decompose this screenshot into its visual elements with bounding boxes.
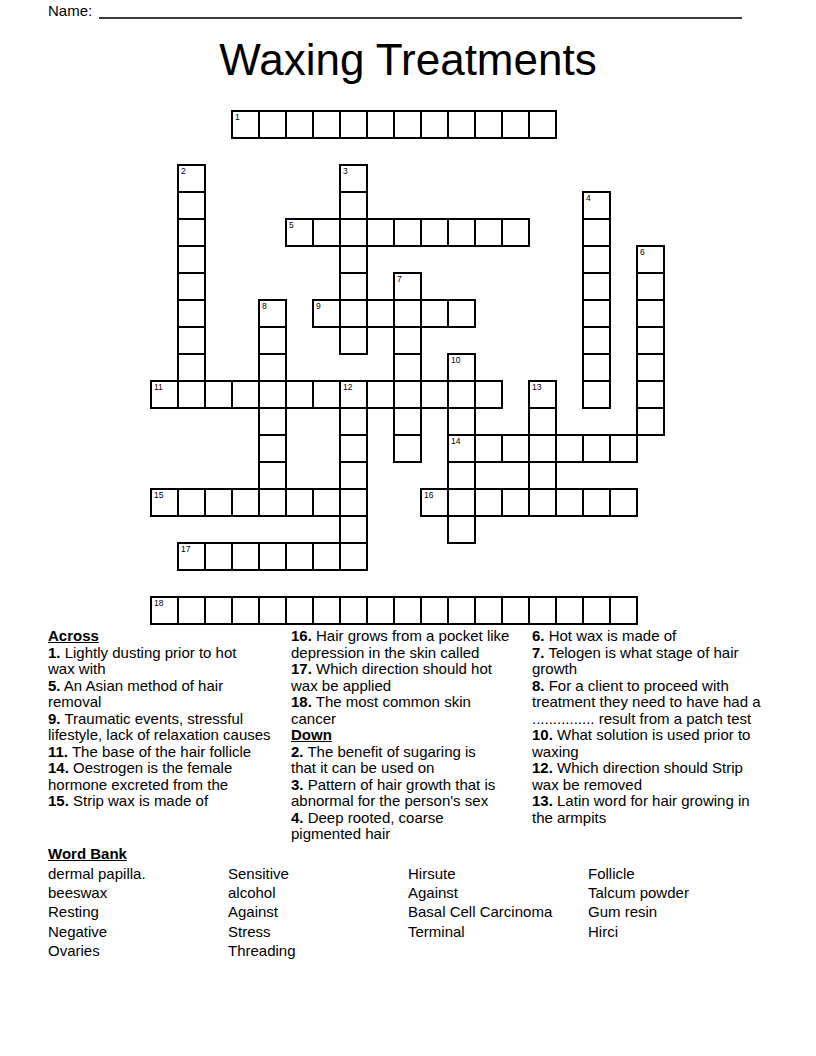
clue-number: 2. [291,743,304,760]
grid-cell[interactable] [636,407,665,436]
grid-cell[interactable] [636,353,665,382]
clue-number: 9. [48,710,61,727]
grid-cell[interactable]: 12 [339,380,368,409]
clue-column: 16. Hair grows from a pocket likedepress… [291,628,533,843]
clue-16: 16. Hair grows from a pocket likedepress… [291,628,533,661]
clue-number: 4. [291,809,304,826]
grid-cell[interactable] [177,299,206,328]
grid-cell[interactable] [366,380,395,409]
grid-cell[interactable] [177,353,206,382]
word-bank-item: beeswax [48,883,107,902]
grid-cell[interactable] [393,218,422,247]
clue-number: 12. [532,759,553,776]
grid-cell[interactable] [420,218,449,247]
clue-number: 6. [532,627,545,644]
grid-cell[interactable] [609,596,638,625]
grid-cell[interactable] [339,299,368,328]
word-bank-item: dermal papilla. [48,864,146,883]
grid-cell[interactable] [258,326,287,355]
clue-5: 5. An Asian method of hairremoval [48,678,290,711]
grid-cell[interactable] [636,326,665,355]
word-bank-item: Follicle [588,864,635,883]
grid-cell[interactable] [339,191,368,220]
word-bank-item: Gum resin [588,902,657,921]
grid-cell[interactable] [177,596,206,625]
word-bank: Word Bank dermal papilla.beeswaxRestingN… [48,844,788,962]
grid-cell[interactable] [312,596,341,625]
clue-column: 6. Hot wax is made of7. Telogen is what … [532,628,794,826]
grid-cell[interactable] [447,488,476,517]
grid-cell[interactable] [285,596,314,625]
grid-cell[interactable] [420,110,449,139]
grid-cell[interactable]: 13 [528,380,557,409]
grid-cell[interactable]: 3 [339,164,368,193]
word-bank-item: Terminal [408,922,465,941]
clue-number: 17. [291,660,312,677]
grid-cell[interactable] [447,596,476,625]
grid-cell[interactable] [582,245,611,274]
cell-number: 17 [181,544,190,554]
grid-cell[interactable] [339,488,368,517]
grid-cell[interactable] [393,380,422,409]
grid-cell[interactable] [177,272,206,301]
clue-number: 10. [532,726,553,743]
grid-cell[interactable] [582,596,611,625]
grid-cell[interactable] [582,434,611,463]
clue-9: 9. Traumatic events, stressfullifestyle,… [48,711,290,744]
grid-cell[interactable] [474,218,503,247]
clue-11: 11. The base of the hair follicle [48,744,290,761]
grid-cell[interactable] [393,326,422,355]
grid-cell[interactable]: 2 [177,164,206,193]
grid-cell[interactable]: 8 [258,299,287,328]
clue-number: 5. [48,677,61,694]
cell-number: 18 [154,598,163,608]
clue-18: 18. The most common skincancer [291,694,533,727]
grid-cell[interactable] [285,542,314,571]
cell-number: 9 [316,301,321,311]
clue-number: 13. [532,792,553,809]
clue-7: 7. Telogen is what stage of hairgrowth [532,645,794,678]
worksheet-page: Name: Waxing Treatments 1234567891011121… [0,0,816,1056]
grid-cell[interactable] [474,488,503,517]
grid-cell[interactable] [393,353,422,382]
grid-cell[interactable] [312,542,341,571]
grid-cell[interactable]: 17 [177,542,206,571]
cell-number: 3 [343,166,348,176]
grid-cell[interactable] [177,488,206,517]
word-bank-item: Against [228,902,278,921]
clue-number: 8. [532,677,545,694]
grid-cell[interactable] [231,488,260,517]
clue-4: 4. Deep rooted, coarsepigmented hair [291,810,533,843]
grid-cell[interactable] [312,110,341,139]
grid-cell[interactable]: 4 [582,191,611,220]
clue-number: 14. [48,759,69,776]
grid-cell[interactable] [474,434,503,463]
grid-cell[interactable] [366,218,395,247]
grid-cell[interactable] [528,434,557,463]
grid-cell[interactable] [528,596,557,625]
clue-number: 16. [291,627,312,644]
grid-cell[interactable] [447,380,476,409]
grid-cell[interactable] [177,326,206,355]
clue-10: 10. What solution is used prior towaxing [532,727,794,760]
grid-cell[interactable] [393,110,422,139]
word-bank-item: Hirci [588,922,618,941]
grid-cell[interactable] [258,434,287,463]
grid-cell[interactable] [339,272,368,301]
grid-cell[interactable] [555,488,584,517]
grid-cell[interactable] [366,596,395,625]
clue-number: 1. [48,644,61,661]
clue-number: 11. [48,743,68,760]
grid-cell[interactable] [285,110,314,139]
grid-cell[interactable] [339,596,368,625]
cell-number: 6 [640,247,645,257]
grid-cell[interactable] [339,542,368,571]
grid-cell[interactable] [312,218,341,247]
word-bank-item: Resting [48,902,99,921]
grid-cell[interactable]: 14 [447,434,476,463]
grid-cell[interactable] [528,488,557,517]
grid-cell[interactable] [231,596,260,625]
grid-cell[interactable] [474,110,503,139]
cell-number: 4 [586,193,591,203]
word-bank-item: Basal Cell Carcinoma [408,902,552,921]
grid-cell[interactable] [258,461,287,490]
grid-cell[interactable] [339,218,368,247]
crossword-grid: 123456789101112131415161718 [150,110,667,627]
page-title: Waxing Treatments [0,35,816,84]
word-bank-item: Against [408,883,458,902]
grid-cell[interactable] [339,407,368,436]
grid-cell[interactable] [393,596,422,625]
clue-list-heading-down: Down [291,727,533,744]
grid-cell[interactable] [582,272,611,301]
word-bank-item: Threading [228,941,296,960]
grid-cell[interactable] [420,596,449,625]
grid-cell[interactable] [285,380,314,409]
grid-cell[interactable] [258,542,287,571]
grid-cell[interactable] [501,110,530,139]
clue-3: 3. Pattern of hair growth that isabnorma… [291,777,533,810]
grid-cell[interactable] [177,218,206,247]
clue-6: 6. Hot wax is made of [532,628,794,645]
grid-cell[interactable]: 9 [312,299,341,328]
word-bank-item: Sensitive [228,864,289,883]
grid-cell[interactable] [555,596,584,625]
word-bank-item: alcohol [228,883,276,902]
grid-cell[interactable] [339,326,368,355]
grid-cell[interactable] [258,380,287,409]
grid-cell[interactable]: 6 [636,245,665,274]
grid-cell[interactable] [204,542,233,571]
clue-1: 1. Lightly dusting prior to hotwax with [48,645,290,678]
grid-cell[interactable] [393,407,422,436]
grid-cell[interactable] [177,380,206,409]
grid-cell[interactable] [258,488,287,517]
grid-cell[interactable]: 18 [150,596,179,625]
grid-cell[interactable] [447,515,476,544]
cell-number: 14 [451,436,460,446]
grid-cell[interactable] [582,326,611,355]
grid-cell[interactable] [285,488,314,517]
grid-cell[interactable] [636,299,665,328]
grid-cell[interactable] [528,407,557,436]
cell-number: 15 [154,490,163,500]
grid-cell[interactable] [258,596,287,625]
word-bank-heading: Word Bank [48,844,788,863]
cell-number: 8 [262,301,267,311]
name-row: Name: [48,2,742,19]
clue-2: 2. The benefit of sugaring isthat it can… [291,744,533,777]
grid-cell[interactable] [474,380,503,409]
grid-cell[interactable] [582,299,611,328]
grid-cell[interactable] [204,380,233,409]
name-label: Name: [48,2,92,19]
grid-cell[interactable] [609,434,638,463]
grid-cell[interactable] [447,110,476,139]
grid-cell[interactable] [393,299,422,328]
grid-cell[interactable] [582,218,611,247]
grid-cell[interactable]: 10 [447,353,476,382]
grid-cell[interactable] [447,461,476,490]
word-bank-item: Stress [228,922,271,941]
grid-cell[interactable] [204,488,233,517]
clue-15: 15. Strip wax is made of [48,793,290,810]
grid-cell[interactable]: 11 [150,380,179,409]
grid-cell[interactable] [636,272,665,301]
cell-number: 12 [343,382,352,392]
grid-cell[interactable]: 5 [285,218,314,247]
clue-13: 13. Latin word for hair growing inthe ar… [532,793,794,826]
grid-cell[interactable] [528,110,557,139]
clue-number: 15. [48,792,69,809]
grid-cell[interactable] [312,488,341,517]
grid-cell[interactable] [582,353,611,382]
grid-cell[interactable] [258,407,287,436]
clue-17: 17. Which direction should hotwax be app… [291,661,533,694]
grid-cell[interactable]: 16 [420,488,449,517]
clue-number: 18. [291,693,312,710]
grid-cell[interactable] [177,245,206,274]
grid-cell[interactable] [231,380,260,409]
grid-cell[interactable] [339,461,368,490]
grid-cell[interactable] [609,488,638,517]
grid-cell[interactable] [366,299,395,328]
grid-cell[interactable] [501,218,530,247]
grid-cell[interactable] [177,191,206,220]
word-bank-item: Negative [48,922,107,941]
clue-number: 7. [532,644,545,661]
grid-cell[interactable] [258,110,287,139]
grid-cell[interactable]: 1 [231,110,260,139]
grid-cell[interactable] [447,299,476,328]
grid-cell[interactable] [312,380,341,409]
grid-cell[interactable] [501,434,530,463]
clue-14: 14. Oestrogen is the femalehormone excre… [48,760,290,793]
grid-cell[interactable] [555,434,584,463]
grid-cell[interactable] [501,488,530,517]
clue-list-heading-across: Across [48,628,290,645]
clue-number: 3. [291,776,304,793]
clue-8: 8. For a client to proceed withtreatment… [532,678,794,728]
grid-cell[interactable] [636,380,665,409]
grid-cell[interactable]: 15 [150,488,179,517]
grid-cell[interactable] [582,380,611,409]
grid-cell[interactable] [231,542,260,571]
word-bank-item: Talcum powder [588,883,689,902]
grid-cell[interactable] [339,110,368,139]
grid-cell[interactable] [258,353,287,382]
grid-cell[interactable] [447,218,476,247]
clue-12: 12. Which direction should Stripwax be r… [532,760,794,793]
grid-cell[interactable] [366,110,395,139]
grid-cell[interactable] [528,461,557,490]
word-bank-item: Ovaries [48,941,100,960]
grid-cell[interactable] [204,596,233,625]
grid-cell[interactable] [339,515,368,544]
cell-number: 2 [181,166,186,176]
clue-column: Across1. Lightly dusting prior to hotwax… [48,628,290,810]
cell-number: 7 [397,274,402,284]
cell-number: 1 [235,112,240,122]
grid-cell[interactable] [420,299,449,328]
word-bank-item: Hirsute [408,864,456,883]
grid-cell[interactable] [474,596,503,625]
grid-cell[interactable] [339,434,368,463]
cell-number: 13 [532,382,541,392]
grid-cell[interactable] [501,596,530,625]
name-entry-line[interactable] [99,2,742,19]
grid-cell[interactable] [339,245,368,274]
cell-number: 10 [451,355,460,365]
grid-cell[interactable] [393,434,422,463]
grid-cell[interactable] [420,380,449,409]
grid-cell[interactable] [447,407,476,436]
cell-number: 11 [154,382,163,392]
grid-cell[interactable]: 7 [393,272,422,301]
word-bank-grid: dermal papilla.beeswaxRestingNegativeOva… [48,864,788,962]
cell-number: 5 [289,220,294,230]
cell-number: 16 [424,490,433,500]
grid-cell[interactable] [582,488,611,517]
